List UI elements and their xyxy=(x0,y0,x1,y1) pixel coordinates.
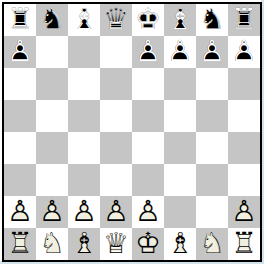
piece-outline-glyph: ♖ xyxy=(4,228,36,260)
square-b1[interactable]: ♞♘ xyxy=(36,228,68,260)
square-g6[interactable] xyxy=(196,68,228,100)
black-pawn[interactable]: ♟♙ xyxy=(132,36,164,68)
white-knight[interactable]: ♞♘ xyxy=(196,228,228,260)
square-f6[interactable] xyxy=(164,68,196,100)
piece-outline-glyph: ♙ xyxy=(68,196,100,228)
piece-outline-glyph: ♗ xyxy=(164,4,196,36)
square-b2[interactable]: ♟♙ xyxy=(36,196,68,228)
square-b6[interactable] xyxy=(36,68,68,100)
square-h7[interactable]: ♟♙ xyxy=(228,36,260,68)
black-king[interactable]: ♚♔ xyxy=(132,4,164,36)
piece-outline-glyph: ♔ xyxy=(132,4,164,36)
square-c7[interactable] xyxy=(68,36,100,68)
black-bishop[interactable]: ♝♗ xyxy=(68,4,100,36)
black-pawn[interactable]: ♟♙ xyxy=(196,36,228,68)
black-pawn[interactable]: ♟♙ xyxy=(228,36,260,68)
piece-outline-glyph: ♔ xyxy=(132,228,164,260)
square-f4[interactable] xyxy=(164,132,196,164)
piece-outline-glyph: ♘ xyxy=(196,228,228,260)
square-h2[interactable]: ♟♙ xyxy=(228,196,260,228)
piece-outline-glyph: ♘ xyxy=(36,228,68,260)
square-a2[interactable]: ♟♙ xyxy=(4,196,36,228)
square-a1[interactable]: ♜♖ xyxy=(4,228,36,260)
square-e8[interactable]: ♚♔ xyxy=(132,4,164,36)
square-b3[interactable] xyxy=(36,164,68,196)
white-bishop[interactable]: ♝♗ xyxy=(68,228,100,260)
square-h8[interactable]: ♜♖ xyxy=(228,4,260,36)
square-g5[interactable] xyxy=(196,100,228,132)
square-f8[interactable]: ♝♗ xyxy=(164,4,196,36)
white-queen[interactable]: ♛♕ xyxy=(100,228,132,260)
square-b4[interactable] xyxy=(36,132,68,164)
square-d7[interactable] xyxy=(100,36,132,68)
white-rook[interactable]: ♜♖ xyxy=(4,228,36,260)
piece-outline-glyph: ♗ xyxy=(164,228,196,260)
square-b8[interactable]: ♞♘ xyxy=(36,4,68,36)
square-e1[interactable]: ♚♔ xyxy=(132,228,164,260)
white-pawn[interactable]: ♟♙ xyxy=(228,196,260,228)
square-g1[interactable]: ♞♘ xyxy=(196,228,228,260)
chess-app-window: ♜♖♞♘♝♗♛♕♚♔♝♗♞♘♜♖♟♙♟♙♟♙♟♙♟♙♟♙♟♙♟♙♟♙♟♙♟♙♜♖… xyxy=(0,0,264,264)
black-queen[interactable]: ♛♕ xyxy=(100,4,132,36)
square-e2[interactable]: ♟♙ xyxy=(132,196,164,228)
square-d4[interactable] xyxy=(100,132,132,164)
square-c1[interactable]: ♝♗ xyxy=(68,228,100,260)
piece-outline-glyph: ♖ xyxy=(4,4,36,36)
piece-outline-glyph: ♙ xyxy=(36,196,68,228)
piece-outline-glyph: ♗ xyxy=(68,4,100,36)
piece-outline-glyph: ♙ xyxy=(228,36,260,68)
piece-outline-glyph: ♙ xyxy=(4,36,36,68)
white-pawn[interactable]: ♟♙ xyxy=(100,196,132,228)
square-f7[interactable]: ♟♙ xyxy=(164,36,196,68)
square-c8[interactable]: ♝♗ xyxy=(68,4,100,36)
white-pawn[interactable]: ♟♙ xyxy=(132,196,164,228)
square-e5[interactable] xyxy=(132,100,164,132)
white-bishop[interactable]: ♝♗ xyxy=(164,228,196,260)
piece-outline-glyph: ♙ xyxy=(132,196,164,228)
black-knight[interactable]: ♞♘ xyxy=(36,4,68,36)
chess-board: ♜♖♞♘♝♗♛♕♚♔♝♗♞♘♜♖♟♙♟♙♟♙♟♙♟♙♟♙♟♙♟♙♟♙♟♙♟♙♜♖… xyxy=(2,2,262,262)
square-g8[interactable]: ♞♘ xyxy=(196,4,228,36)
square-c5[interactable] xyxy=(68,100,100,132)
piece-outline-glyph: ♗ xyxy=(68,228,100,260)
black-bishop[interactable]: ♝♗ xyxy=(164,4,196,36)
square-c6[interactable] xyxy=(68,68,100,100)
square-f5[interactable] xyxy=(164,100,196,132)
black-pawn[interactable]: ♟♙ xyxy=(164,36,196,68)
square-a4[interactable] xyxy=(4,132,36,164)
square-c2[interactable]: ♟♙ xyxy=(68,196,100,228)
square-a5[interactable] xyxy=(4,100,36,132)
square-d1[interactable]: ♛♕ xyxy=(100,228,132,260)
piece-outline-glyph: ♙ xyxy=(228,196,260,228)
piece-outline-glyph: ♕ xyxy=(100,228,132,260)
square-d6[interactable] xyxy=(100,68,132,100)
black-knight[interactable]: ♞♘ xyxy=(196,4,228,36)
black-rook[interactable]: ♜♖ xyxy=(228,4,260,36)
white-knight[interactable]: ♞♘ xyxy=(36,228,68,260)
piece-outline-glyph: ♙ xyxy=(100,196,132,228)
piece-outline-glyph: ♙ xyxy=(132,36,164,68)
square-e6[interactable] xyxy=(132,68,164,100)
square-h3[interactable] xyxy=(228,164,260,196)
square-g7[interactable]: ♟♙ xyxy=(196,36,228,68)
square-b5[interactable] xyxy=(36,100,68,132)
square-a3[interactable] xyxy=(4,164,36,196)
white-king[interactable]: ♚♔ xyxy=(132,228,164,260)
square-a7[interactable]: ♟♙ xyxy=(4,36,36,68)
white-rook[interactable]: ♜♖ xyxy=(228,228,260,260)
square-e4[interactable] xyxy=(132,132,164,164)
piece-outline-glyph: ♘ xyxy=(196,4,228,36)
square-g4[interactable] xyxy=(196,132,228,164)
square-h6[interactable] xyxy=(228,68,260,100)
piece-outline-glyph: ♘ xyxy=(36,4,68,36)
square-f1[interactable]: ♝♗ xyxy=(164,228,196,260)
piece-outline-glyph: ♙ xyxy=(196,36,228,68)
square-e3[interactable] xyxy=(132,164,164,196)
square-c4[interactable] xyxy=(68,132,100,164)
piece-outline-glyph: ♙ xyxy=(4,196,36,228)
square-b7[interactable] xyxy=(36,36,68,68)
white-pawn[interactable]: ♟♙ xyxy=(4,196,36,228)
square-g3[interactable] xyxy=(196,164,228,196)
square-d5[interactable] xyxy=(100,100,132,132)
square-a8[interactable]: ♜♖ xyxy=(4,4,36,36)
square-f3[interactable] xyxy=(164,164,196,196)
piece-outline-glyph: ♕ xyxy=(100,4,132,36)
black-rook[interactable]: ♜♖ xyxy=(4,4,36,36)
square-h4[interactable] xyxy=(228,132,260,164)
square-h1[interactable]: ♜♖ xyxy=(228,228,260,260)
white-pawn[interactable]: ♟♙ xyxy=(36,196,68,228)
white-pawn[interactable]: ♟♙ xyxy=(68,196,100,228)
square-a6[interactable] xyxy=(4,68,36,100)
square-d2[interactable]: ♟♙ xyxy=(100,196,132,228)
piece-outline-glyph: ♙ xyxy=(164,36,196,68)
square-d8[interactable]: ♛♕ xyxy=(100,4,132,36)
black-pawn[interactable]: ♟♙ xyxy=(4,36,36,68)
piece-outline-glyph: ♖ xyxy=(228,4,260,36)
square-h5[interactable] xyxy=(228,100,260,132)
square-c3[interactable] xyxy=(68,164,100,196)
square-g2[interactable] xyxy=(196,196,228,228)
square-f2[interactable] xyxy=(164,196,196,228)
square-e7[interactable]: ♟♙ xyxy=(132,36,164,68)
piece-outline-glyph: ♖ xyxy=(228,228,260,260)
square-d3[interactable] xyxy=(100,164,132,196)
